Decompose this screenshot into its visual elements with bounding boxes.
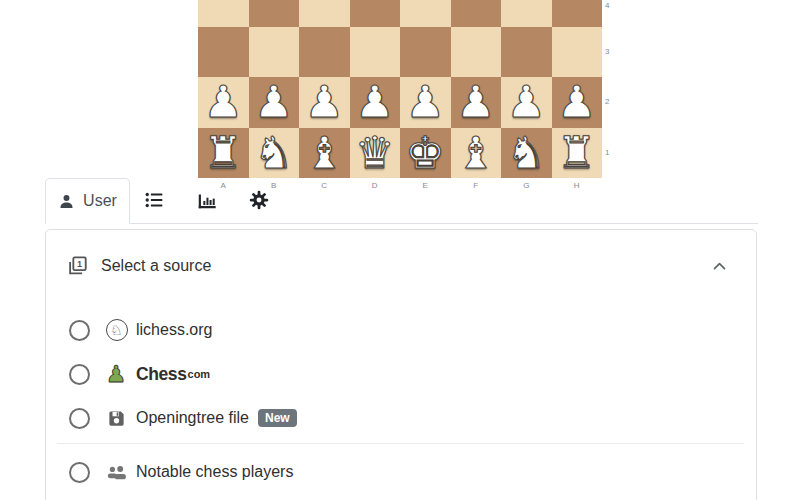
radio-openingtree-file[interactable] [69,408,90,429]
white-pawn[interactable]: ♟ [204,80,243,124]
white-rook[interactable]: ♜ [204,131,243,175]
panel-title: Select a source [101,257,211,275]
square-f4[interactable] [451,0,502,27]
square-a2[interactable]: ♟ [198,77,249,128]
square-b3[interactable] [249,27,300,78]
chess-board[interactable]: ♟♟♟♟♟♟♟♟♜♞♝♛♚♝♞♜ABCDEFGH4321 [198,0,602,178]
tab-bar: User [45,178,758,224]
white-knight[interactable]: ♞ [254,131,293,175]
square-b4[interactable] [249,0,300,27]
rank-label-4: 4 [605,1,617,11]
settings-gear-icon[interactable] [248,189,270,211]
radio-chesscom[interactable] [69,364,90,385]
option-openingtree-file[interactable]: Openingtree file New [46,396,756,440]
square-a3[interactable] [198,27,249,78]
white-pawn[interactable]: ♟ [305,80,344,124]
square-c4[interactable] [299,0,350,27]
square-e3[interactable] [400,27,451,78]
option-chesscom[interactable]: ♟ Chess com [46,352,756,396]
white-bishop[interactable]: ♝ [305,131,344,175]
square-h3[interactable] [552,27,603,78]
white-pawn[interactable]: ♟ [557,80,596,124]
white-king[interactable]: ♚ [406,131,445,175]
rank-label-3: 3 [605,47,617,57]
radio-notable-players[interactable] [69,462,90,483]
tab-user[interactable]: User [45,178,130,224]
filter-1-icon: 1 [66,255,88,277]
square-e2[interactable]: ♟ [400,77,451,128]
square-f1[interactable]: ♝ [451,128,502,179]
square-e4[interactable] [400,0,451,27]
radio-lichess[interactable] [69,320,90,341]
option-lichess-label: lichess.org [136,321,212,339]
white-pawn[interactable]: ♟ [507,80,546,124]
save-floppy-icon [107,409,126,428]
lichess-logo-icon: ♘ [106,319,128,341]
square-c1[interactable]: ♝ [299,128,350,179]
square-g4[interactable] [501,0,552,27]
chesscom-logo-suffix: com [188,368,211,380]
square-h4[interactable] [552,0,603,27]
chesscom-logo-text: Chess [136,364,187,385]
square-g1[interactable]: ♞ [501,128,552,179]
white-pawn[interactable]: ♟ [355,80,394,124]
square-b2[interactable]: ♟ [249,77,300,128]
option-notable-label: Notable chess players [136,463,293,481]
square-h2[interactable]: ♟ [552,77,603,128]
square-d2[interactable]: ♟ [350,77,401,128]
square-a4[interactable] [198,0,249,27]
white-pawn[interactable]: ♟ [406,80,445,124]
option-openingtree-label: Openingtree file [136,409,249,427]
square-g3[interactable] [501,27,552,78]
chevron-up-icon[interactable] [711,258,728,275]
white-rook[interactable]: ♜ [557,131,596,175]
square-c2[interactable]: ♟ [299,77,350,128]
square-f2[interactable]: ♟ [451,77,502,128]
square-a1[interactable]: ♜ [198,128,249,179]
option-notable-players[interactable]: Notable chess players [46,450,756,494]
square-f3[interactable] [451,27,502,78]
bar-chart-icon[interactable] [196,189,218,211]
rank-label-1: 1 [605,148,617,158]
option-lichess[interactable]: ♘ lichess.org [46,308,756,352]
square-c3[interactable] [299,27,350,78]
white-queen[interactable]: ♛ [355,131,394,175]
square-d4[interactable] [350,0,401,27]
square-g2[interactable]: ♟ [501,77,552,128]
new-badge: New [258,409,297,427]
white-pawn[interactable]: ♟ [254,80,293,124]
square-e1[interactable]: ♚ [400,128,451,179]
white-pawn[interactable]: ♟ [456,80,495,124]
square-h1[interactable]: ♜ [552,128,603,179]
options-divider [57,443,744,444]
rank-label-2: 2 [605,97,617,107]
white-knight[interactable]: ♞ [507,131,546,175]
tab-user-label: User [83,192,117,210]
source-panel: 1 Select a source ♘ lichess.org ♟ Chess … [45,229,757,500]
source-options: ♘ lichess.org ♟ Chess com Openingtr [46,308,756,494]
chesscom-pawn-icon: ♟ [106,363,127,386]
list-icon[interactable] [143,189,165,211]
source-panel-header[interactable]: 1 Select a source [46,230,756,277]
svg-text:1: 1 [77,259,82,269]
square-d1[interactable]: ♛ [350,128,401,179]
square-b1[interactable]: ♞ [249,128,300,179]
person-icon [58,193,75,210]
square-d3[interactable] [350,27,401,78]
people-icon [106,464,128,481]
white-bishop[interactable]: ♝ [456,131,495,175]
